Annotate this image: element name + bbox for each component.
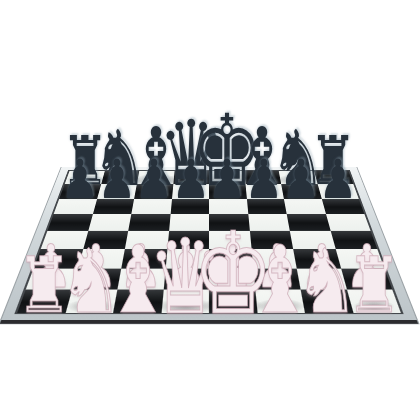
- piece-black-pawn-a7: ♟: [61, 152, 100, 206]
- piece-black-pawn-h7: ♟: [318, 152, 357, 206]
- board-scene: ♜♞♝♛♚♝♞♜♟♟♟♟♟♟♟♟♟♟♟♟♟♟♟♟♜♞♝♛♚♝♞♜: [0, 0, 420, 420]
- piece-black-pawn-f7: ♟: [245, 152, 284, 206]
- pieces-layer: ♜♞♝♛♚♝♞♜♟♟♟♟♟♟♟♟♟♟♟♟♟♟♟♟♜♞♝♛♚♝♞♜: [0, 0, 420, 420]
- piece-black-pawn-b7: ♟: [98, 152, 137, 206]
- piece-white-rook-h1: ♜: [347, 247, 402, 324]
- piece-black-pawn-d7: ♟: [171, 152, 210, 206]
- product-photo: ♜♞♝♛♚♝♞♜♟♟♟♟♟♟♟♟♟♟♟♟♟♟♟♟♜♞♝♛♚♝♞♜: [0, 0, 420, 420]
- piece-black-pawn-c7: ♟: [134, 152, 173, 206]
- piece-black-pawn-e7: ♟: [208, 152, 247, 206]
- piece-black-pawn-g7: ♟: [281, 152, 320, 206]
